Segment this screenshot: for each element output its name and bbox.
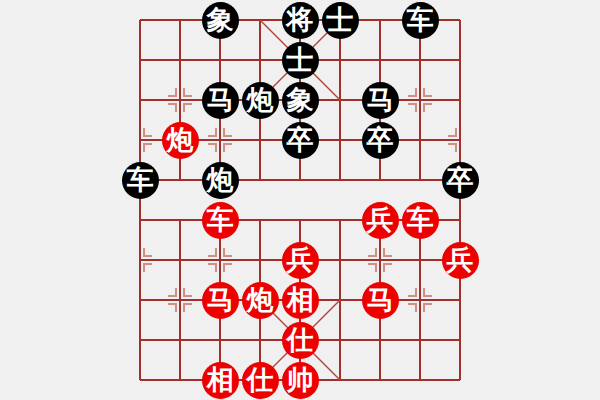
black-advisor[interactable]: 士 <box>322 2 359 39</box>
board-point[interactable] <box>240 0 280 40</box>
board-point[interactable] <box>160 0 200 40</box>
board-point[interactable]: 仕 <box>280 320 320 360</box>
board-point[interactable]: 马 <box>200 280 240 320</box>
black-general[interactable]: 将 <box>282 2 319 39</box>
red-general[interactable]: 帅 <box>282 362 319 399</box>
piece-glyph: 车 <box>207 206 234 234</box>
xiangqi-board: 象将士车士马炮象马炮卒卒车炮卒车兵车兵兵马炮相马仕相仕帅 <box>0 0 600 400</box>
piece-glyph: 相 <box>287 286 314 314</box>
piece-glyph: 帅 <box>287 366 314 394</box>
red-cannon[interactable]: 炮 <box>242 282 279 319</box>
board-point[interactable] <box>400 40 440 80</box>
piece-glyph: 炮 <box>247 86 274 114</box>
board-point[interactable] <box>360 40 400 80</box>
board-point[interactable] <box>360 320 400 360</box>
board-point[interactable]: 马 <box>200 80 240 120</box>
black-elephant[interactable]: 象 <box>282 82 319 119</box>
board-points-grid: 象将士车士马炮象马炮卒卒车炮卒车兵车兵兵马炮相马仕相仕帅 <box>120 0 480 400</box>
board-point[interactable] <box>360 240 400 280</box>
piece-glyph: 兵 <box>367 206 394 234</box>
board-point[interactable] <box>200 40 240 80</box>
red-soldier[interactable]: 兵 <box>282 242 319 279</box>
board-point[interactable] <box>200 120 240 160</box>
board-point[interactable] <box>120 80 160 120</box>
board-point[interactable] <box>120 120 160 160</box>
piece-glyph: 车 <box>127 166 154 194</box>
piece-glyph: 兵 <box>447 246 474 274</box>
black-chariot[interactable]: 车 <box>402 2 439 39</box>
board-point[interactable] <box>240 240 280 280</box>
piece-glyph: 马 <box>207 286 234 314</box>
board-point[interactable] <box>400 80 440 120</box>
board-point[interactable] <box>120 40 160 80</box>
piece-glyph: 车 <box>407 6 434 34</box>
board-point[interactable] <box>160 280 200 320</box>
board-point[interactable] <box>440 0 480 40</box>
board-point[interactable] <box>320 80 360 120</box>
board-point[interactable]: 相 <box>200 360 240 400</box>
board-point[interactable] <box>240 200 280 240</box>
board-point[interactable]: 卒 <box>280 120 320 160</box>
red-cannon[interactable]: 炮 <box>162 122 199 159</box>
red-horse[interactable]: 马 <box>202 282 239 319</box>
board-point[interactable] <box>240 40 280 80</box>
board-point[interactable]: 卒 <box>360 120 400 160</box>
board-point[interactable] <box>160 360 200 400</box>
piece-glyph: 卒 <box>287 126 314 154</box>
piece-glyph: 象 <box>207 6 234 34</box>
board-point[interactable] <box>440 40 480 80</box>
red-soldier[interactable]: 兵 <box>442 242 479 279</box>
piece-glyph: 仕 <box>287 326 314 354</box>
board-point[interactable]: 士 <box>320 0 360 40</box>
board-point[interactable] <box>360 160 400 200</box>
board-point[interactable] <box>320 360 360 400</box>
board-point[interactable] <box>160 320 200 360</box>
board-point[interactable] <box>160 80 200 120</box>
red-elephant[interactable]: 相 <box>282 282 319 319</box>
piece-glyph: 象 <box>287 86 314 114</box>
board-point[interactable] <box>440 200 480 240</box>
board-point[interactable] <box>240 160 280 200</box>
piece-glyph: 车 <box>407 206 434 234</box>
board-point[interactable]: 将 <box>280 0 320 40</box>
board-point[interactable] <box>400 240 440 280</box>
board-point[interactable] <box>160 240 200 280</box>
board-point[interactable]: 仕 <box>240 360 280 400</box>
board-point[interactable] <box>320 320 360 360</box>
black-soldier[interactable]: 卒 <box>282 122 319 159</box>
piece-glyph: 卒 <box>447 166 474 194</box>
red-soldier[interactable]: 兵 <box>362 202 399 239</box>
board-point[interactable] <box>160 40 200 80</box>
piece-glyph: 炮 <box>167 126 194 154</box>
board-point[interactable] <box>160 200 200 240</box>
board-point[interactable] <box>440 360 480 400</box>
board-point[interactable]: 车 <box>200 200 240 240</box>
piece-glyph: 炮 <box>207 166 234 194</box>
black-cannon[interactable]: 炮 <box>242 82 279 119</box>
board-point[interactable]: 士 <box>280 40 320 80</box>
piece-glyph: 士 <box>287 46 314 74</box>
board-point[interactable] <box>360 360 400 400</box>
board-point[interactable] <box>440 320 480 360</box>
board-point[interactable] <box>200 320 240 360</box>
piece-glyph: 炮 <box>247 286 274 314</box>
board-point[interactable] <box>400 120 440 160</box>
board-point[interactable] <box>120 200 160 240</box>
board-point[interactable]: 车 <box>400 0 440 40</box>
board-point[interactable] <box>440 80 480 120</box>
board-point[interactable]: 炮 <box>240 80 280 120</box>
board-point[interactable] <box>360 0 400 40</box>
board-point[interactable] <box>120 360 160 400</box>
piece-glyph: 马 <box>207 86 234 114</box>
board-point[interactable] <box>400 160 440 200</box>
board-point[interactable] <box>120 0 160 40</box>
board-point[interactable] <box>280 160 320 200</box>
board-point[interactable] <box>440 280 480 320</box>
red-chariot[interactable]: 车 <box>202 202 239 239</box>
board-point[interactable]: 兵 <box>360 200 400 240</box>
board-point[interactable]: 马 <box>360 80 400 120</box>
board-point[interactable] <box>240 320 280 360</box>
piece-glyph: 马 <box>367 86 394 114</box>
board-point[interactable]: 兵 <box>280 240 320 280</box>
board-point[interactable]: 马 <box>360 280 400 320</box>
board-point[interactable]: 车 <box>400 200 440 240</box>
piece-glyph: 相 <box>207 366 234 394</box>
board-point[interactable]: 兵 <box>440 240 480 280</box>
board-point[interactable]: 车 <box>120 160 160 200</box>
board-point[interactable]: 炮 <box>200 160 240 200</box>
board-point[interactable] <box>320 120 360 160</box>
board-point[interactable]: 帅 <box>280 360 320 400</box>
black-elephant[interactable]: 象 <box>202 2 239 39</box>
black-advisor[interactable]: 士 <box>282 42 319 79</box>
board-point[interactable] <box>400 280 440 320</box>
board-point[interactable] <box>120 320 160 360</box>
piece-glyph: 士 <box>327 6 354 34</box>
black-soldier[interactable]: 卒 <box>442 162 479 199</box>
board-point[interactable] <box>120 240 160 280</box>
board-point[interactable] <box>240 120 280 160</box>
board-point[interactable]: 炮 <box>160 120 200 160</box>
red-advisor[interactable]: 仕 <box>242 362 279 399</box>
piece-glyph: 兵 <box>287 246 314 274</box>
black-horse[interactable]: 马 <box>202 82 239 119</box>
board-point[interactable]: 相 <box>280 280 320 320</box>
red-advisor[interactable]: 仕 <box>282 322 319 359</box>
board-point[interactable] <box>400 320 440 360</box>
piece-glyph: 马 <box>367 286 394 314</box>
red-chariot[interactable]: 车 <box>402 202 439 239</box>
piece-glyph: 将 <box>287 6 314 34</box>
board-point[interactable] <box>120 280 160 320</box>
board-point[interactable] <box>200 240 240 280</box>
piece-glyph: 仕 <box>247 366 274 394</box>
board-point[interactable] <box>440 120 480 160</box>
board-point[interactable] <box>320 160 360 200</box>
board-point[interactable]: 卒 <box>440 160 480 200</box>
board-point[interactable] <box>320 200 360 240</box>
black-cannon[interactable]: 炮 <box>202 162 239 199</box>
black-horse[interactable]: 马 <box>362 82 399 119</box>
piece-glyph: 卒 <box>367 126 394 154</box>
board-point[interactable]: 象 <box>280 80 320 120</box>
board-point[interactable] <box>400 360 440 400</box>
board-point[interactable] <box>160 160 200 200</box>
black-chariot[interactable]: 车 <box>122 162 159 199</box>
red-horse[interactable]: 马 <box>362 282 399 319</box>
board-point[interactable] <box>280 200 320 240</box>
black-soldier[interactable]: 卒 <box>362 122 399 159</box>
board-point[interactable]: 炮 <box>240 280 280 320</box>
board-point[interactable] <box>320 40 360 80</box>
red-elephant[interactable]: 相 <box>202 362 239 399</box>
board-point[interactable] <box>320 280 360 320</box>
board-point[interactable] <box>320 240 360 280</box>
board-point[interactable]: 象 <box>200 0 240 40</box>
